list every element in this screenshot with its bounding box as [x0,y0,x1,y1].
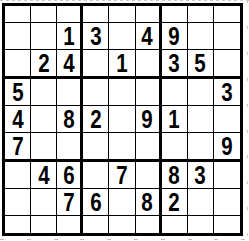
cell-r7c8: 3 [188,162,214,189]
cell-r5c7: 1 [162,106,188,133]
edge-gridline-right [247,0,248,241]
cell-r3c5: 1 [109,50,135,79]
cell-r5c5[interactable] [109,106,135,133]
given-digit: 8 [141,189,152,215]
cell-r1c2[interactable] [31,6,57,23]
cell-r5c9[interactable] [214,106,240,133]
cell-r5c6: 9 [136,106,162,133]
given-digit: 4 [12,106,23,132]
given-digit: 2 [38,50,49,76]
cell-r3c7: 3 [162,50,188,79]
cell-r7c3: 6 [57,162,83,189]
cell-r4c5[interactable] [109,79,135,106]
given-digit: 7 [63,189,74,215]
given-digit: 4 [38,162,49,188]
cell-r9c2[interactable] [31,216,57,233]
edge-gridline-top [0,0,249,1]
cell-r9c8[interactable] [188,216,214,233]
given-digit: 6 [63,162,74,188]
cell-r8c5[interactable] [109,189,135,216]
given-digit: 3 [195,162,206,188]
cell-r6c5[interactable] [109,133,135,162]
cell-r3c8: 5 [188,50,214,79]
cell-r6c9: 9 [214,133,240,162]
cell-r8c8[interactable] [188,189,214,216]
cell-r8c9[interactable] [214,189,240,216]
cell-r4c1: 5 [5,79,31,106]
cell-r6c8[interactable] [188,133,214,162]
edge-gridline-bottom [0,239,249,240]
cell-r7c2: 4 [31,162,57,189]
given-digit: 1 [169,106,180,132]
given-digit: 5 [12,79,23,105]
given-digit: 1 [63,23,74,49]
cell-r4c7[interactable] [162,79,188,106]
cell-r3c3: 4 [57,50,83,79]
cell-r6c6[interactable] [136,133,162,162]
cell-r9c1[interactable] [5,216,31,233]
given-digit: 9 [141,106,152,132]
given-digit: 9 [169,23,180,49]
cell-r8c6: 8 [136,189,162,216]
cell-r8c3: 7 [57,189,83,216]
cell-r9c3[interactable] [57,216,83,233]
given-digit: 3 [90,23,101,49]
cell-r6c3[interactable] [57,133,83,162]
cell-r1c3[interactable] [57,6,83,23]
cell-r2c8[interactable] [188,23,214,50]
given-digit: 9 [221,133,232,159]
cell-r9c5[interactable] [109,216,135,233]
cell-r6c4[interactable] [83,133,109,162]
cell-r5c2[interactable] [31,106,57,133]
given-digit: 6 [90,189,101,215]
cell-r6c2[interactable] [31,133,57,162]
cell-r7c5: 7 [109,162,135,189]
cell-r8c7: 2 [162,189,188,216]
given-digit: 3 [221,79,232,105]
cell-r7c1[interactable] [5,162,31,189]
sudoku-page: 134924135534829179467837682 [0,0,249,241]
cell-r1c1[interactable] [5,6,31,23]
cell-r3c1[interactable] [5,50,31,79]
cell-r2c4: 3 [83,23,109,50]
cell-r4c8[interactable] [188,79,214,106]
cell-r4c9: 3 [214,79,240,106]
cell-r7c6[interactable] [136,162,162,189]
cell-r2c5[interactable] [109,23,135,50]
cell-r2c2[interactable] [31,23,57,50]
cell-r5c3: 8 [57,106,83,133]
given-digit: 5 [195,50,206,76]
cell-r1c7[interactable] [162,6,188,23]
cell-r4c6[interactable] [136,79,162,106]
cell-r3c2: 2 [31,50,57,79]
cell-r9c7[interactable] [162,216,188,233]
cell-r8c1[interactable] [5,189,31,216]
cell-r4c2[interactable] [31,79,57,106]
cell-r6c7[interactable] [162,133,188,162]
cell-r1c9[interactable] [214,6,240,23]
cell-r8c2[interactable] [31,189,57,216]
cell-r6c1: 7 [5,133,31,162]
given-digit: 1 [116,50,127,76]
cell-r5c4: 2 [83,106,109,133]
cell-r5c1: 4 [5,106,31,133]
cell-r8c4: 6 [83,189,109,216]
cell-r5c8[interactable] [188,106,214,133]
sudoku-board: 134924135534829179467837682 [2,3,243,236]
given-digit: 3 [169,50,180,76]
given-digit: 8 [63,106,74,132]
cell-r7c4[interactable] [83,162,109,189]
cell-r9c4[interactable] [83,216,109,233]
given-digit: 7 [12,133,23,159]
cell-r4c3[interactable] [57,79,83,106]
cell-r7c7: 8 [162,162,188,189]
cell-r2c6: 4 [136,23,162,50]
given-digit: 4 [63,50,74,76]
cell-r2c9[interactable] [214,23,240,50]
given-digit: 2 [90,106,101,132]
cell-r1c4[interactable] [83,6,109,23]
cell-r9c9[interactable] [214,216,240,233]
given-digit: 4 [141,23,152,49]
cell-r3c6[interactable] [136,50,162,79]
cell-r1c6[interactable] [136,6,162,23]
cell-r9c6[interactable] [136,216,162,233]
cell-r2c3: 1 [57,23,83,50]
cell-r2c7: 9 [162,23,188,50]
given-digit: 8 [169,162,180,188]
given-digit: 2 [169,189,180,215]
cell-r4c4[interactable] [83,79,109,106]
given-digit: 7 [116,162,127,188]
cell-r7c9[interactable] [214,162,240,189]
cell-r2c1[interactable] [5,23,31,50]
cell-r1c5[interactable] [109,6,135,23]
cell-r1c8[interactable] [188,6,214,23]
cell-r3c9[interactable] [214,50,240,79]
cell-r3c4[interactable] [83,50,109,79]
